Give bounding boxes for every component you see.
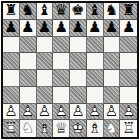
- square-d8[interactable]: ♛: [53, 3, 70, 20]
- white-piece-outline-glyph: ♕: [53, 120, 69, 137]
- black-piece-glyph: ♟: [120, 20, 137, 36]
- square-a7[interactable]: ♟: [3, 20, 20, 37]
- white-piece-fill-glyph: ♟: [20, 104, 36, 120]
- square-c5[interactable]: [37, 53, 54, 70]
- piece-black-pawn[interactable]: ♟: [70, 20, 86, 36]
- piece-black-pawn[interactable]: ♟: [120, 20, 137, 36]
- white-piece-fill-glyph: ♟: [37, 104, 53, 120]
- piece-white-knight[interactable]: ♞♘: [20, 120, 36, 137]
- square-h5[interactable]: [120, 53, 137, 70]
- square-f5[interactable]: [87, 53, 104, 70]
- square-e8[interactable]: ♚: [70, 3, 87, 20]
- board-frame: ♜♞♝♛♚♝♞♜♟♟♟♟♟♟♟♟♟♙♟♙♟♙♟♙♟♙♟♙♟♙♟♙♜♖♞♘♝♗♛♕…: [1, 1, 139, 139]
- square-h4[interactable]: [120, 70, 137, 87]
- square-h3[interactable]: [120, 87, 137, 104]
- white-piece-outline-glyph: ♙: [20, 104, 36, 120]
- square-c1[interactable]: ♝♗: [37, 120, 54, 137]
- white-piece-outline-glyph: ♗: [87, 120, 103, 137]
- square-e4[interactable]: [70, 70, 87, 87]
- square-e3[interactable]: [70, 87, 87, 104]
- piece-white-pawn[interactable]: ♟♙: [70, 104, 86, 120]
- white-piece-outline-glyph: ♔: [70, 120, 86, 137]
- square-d2[interactable]: ♟♙: [53, 104, 70, 121]
- square-a5[interactable]: [3, 53, 20, 70]
- black-piece-glyph: ♟: [3, 20, 19, 36]
- square-e7[interactable]: ♟: [70, 20, 87, 37]
- square-a2[interactable]: ♟♙: [3, 104, 20, 121]
- square-b4[interactable]: [20, 70, 37, 87]
- square-c7[interactable]: ♟: [37, 20, 54, 37]
- white-piece-fill-glyph: ♟: [3, 104, 19, 120]
- piece-white-pawn[interactable]: ♟♙: [53, 104, 69, 120]
- piece-black-pawn[interactable]: ♟: [20, 20, 36, 36]
- black-piece-glyph: ♜: [120, 3, 137, 19]
- square-a3[interactable]: [3, 87, 20, 104]
- white-piece-outline-glyph: ♙: [104, 104, 120, 120]
- square-c6[interactable]: [37, 37, 54, 54]
- black-piece-glyph: ♝: [37, 3, 53, 19]
- square-g7[interactable]: ♟: [104, 20, 121, 37]
- white-piece-fill-glyph: ♟: [104, 104, 120, 120]
- piece-black-rook[interactable]: ♜: [3, 3, 19, 19]
- white-piece-outline-glyph: ♙: [3, 104, 19, 120]
- square-b6[interactable]: [20, 37, 37, 54]
- piece-black-knight[interactable]: ♞: [20, 3, 36, 19]
- piece-white-bishop[interactable]: ♝♗: [87, 120, 103, 137]
- square-e1[interactable]: ♚♔: [70, 120, 87, 137]
- square-f4[interactable]: [87, 70, 104, 87]
- chess-board: ♜♞♝♛♚♝♞♜♟♟♟♟♟♟♟♟♟♙♟♙♟♙♟♙♟♙♟♙♟♙♟♙♜♖♞♘♝♗♛♕…: [3, 3, 137, 137]
- square-b7[interactable]: ♟: [20, 20, 37, 37]
- white-piece-fill-glyph: ♜: [3, 120, 19, 137]
- square-h2[interactable]: ♟♙: [120, 104, 137, 121]
- white-piece-outline-glyph: ♗: [37, 120, 53, 137]
- piece-white-knight[interactable]: ♞♘: [104, 120, 120, 137]
- square-a1[interactable]: ♜♖: [3, 120, 20, 137]
- black-piece-glyph: ♞: [104, 3, 120, 19]
- square-f8[interactable]: ♝: [87, 3, 104, 20]
- white-piece-fill-glyph: ♛: [53, 120, 69, 137]
- piece-white-pawn[interactable]: ♟♙: [20, 104, 36, 120]
- square-h6[interactable]: [120, 37, 137, 54]
- piece-black-pawn[interactable]: ♟: [3, 20, 19, 36]
- black-piece-glyph: ♟: [37, 20, 53, 36]
- white-piece-fill-glyph: ♞: [20, 120, 36, 137]
- piece-white-pawn[interactable]: ♟♙: [120, 104, 137, 120]
- black-piece-glyph: ♜: [3, 3, 19, 19]
- black-piece-glyph: ♟: [70, 20, 86, 36]
- white-piece-fill-glyph: ♟: [53, 104, 69, 120]
- white-piece-outline-glyph: ♙: [120, 104, 137, 120]
- black-piece-glyph: ♟: [87, 20, 103, 36]
- square-c4[interactable]: [37, 70, 54, 87]
- piece-white-rook[interactable]: ♜♖: [3, 120, 19, 137]
- black-piece-glyph: ♟: [104, 20, 120, 36]
- white-piece-fill-glyph: ♜: [120, 120, 137, 137]
- square-g3[interactable]: [104, 87, 121, 104]
- black-piece-glyph: ♝: [87, 3, 103, 19]
- square-g6[interactable]: [104, 37, 121, 54]
- square-g2[interactable]: ♟♙: [104, 104, 121, 121]
- square-d1[interactable]: ♛♕: [53, 120, 70, 137]
- white-piece-outline-glyph: ♖: [120, 120, 137, 137]
- square-a4[interactable]: [3, 70, 20, 87]
- white-piece-fill-glyph: ♟: [70, 104, 86, 120]
- square-e5[interactable]: [70, 53, 87, 70]
- piece-white-pawn[interactable]: ♟♙: [37, 104, 53, 120]
- piece-black-knight[interactable]: ♞: [104, 3, 120, 19]
- square-e6[interactable]: [70, 37, 87, 54]
- black-piece-glyph: ♟: [53, 20, 69, 36]
- white-piece-fill-glyph: ♝: [37, 120, 53, 137]
- piece-black-pawn[interactable]: ♟: [37, 20, 53, 36]
- square-d7[interactable]: ♟: [53, 20, 70, 37]
- square-c8[interactable]: ♝: [37, 3, 54, 20]
- square-b8[interactable]: ♞: [20, 3, 37, 20]
- square-h7[interactable]: ♟: [120, 20, 137, 37]
- square-b5[interactable]: [20, 53, 37, 70]
- black-piece-glyph: ♞: [20, 3, 36, 19]
- square-e2[interactable]: ♟♙: [70, 104, 87, 121]
- white-piece-fill-glyph: ♟: [87, 104, 103, 120]
- piece-black-bishop[interactable]: ♝: [87, 3, 103, 19]
- square-g5[interactable]: [104, 53, 121, 70]
- piece-white-king[interactable]: ♚♔: [70, 120, 86, 137]
- white-piece-outline-glyph: ♙: [53, 104, 69, 120]
- square-f7[interactable]: ♟: [87, 20, 104, 37]
- piece-black-rook[interactable]: ♜: [120, 3, 137, 19]
- white-piece-fill-glyph: ♚: [70, 120, 86, 137]
- square-f6[interactable]: [87, 37, 104, 54]
- square-c2[interactable]: ♟♙: [37, 104, 54, 121]
- square-a8[interactable]: ♜: [3, 3, 20, 20]
- white-piece-outline-glyph: ♙: [87, 104, 103, 120]
- square-f2[interactable]: ♟♙: [87, 104, 104, 121]
- piece-black-king[interactable]: ♚: [70, 3, 86, 19]
- square-g1[interactable]: ♞♘: [104, 120, 121, 137]
- piece-black-pawn[interactable]: ♟: [104, 20, 120, 36]
- square-g8[interactable]: ♞: [104, 3, 121, 20]
- black-piece-glyph: ♛: [53, 3, 69, 19]
- piece-white-queen[interactable]: ♛♕: [53, 120, 69, 137]
- square-d3[interactable]: [53, 87, 70, 104]
- piece-white-pawn[interactable]: ♟♙: [3, 104, 19, 120]
- piece-black-pawn[interactable]: ♟: [53, 20, 69, 36]
- chess-diagram: ♜♞♝♛♚♝♞♜♟♟♟♟♟♟♟♟♟♙♟♙♟♙♟♙♟♙♟♙♟♙♟♙♜♖♞♘♝♗♛♕…: [0, 0, 140, 140]
- square-b2[interactable]: ♟♙: [20, 104, 37, 121]
- piece-white-pawn[interactable]: ♟♙: [104, 104, 120, 120]
- white-piece-fill-glyph: ♝: [87, 120, 103, 137]
- white-piece-fill-glyph: ♞: [104, 120, 120, 137]
- black-piece-glyph: ♚: [70, 3, 86, 19]
- square-d6[interactable]: [53, 37, 70, 54]
- white-piece-outline-glyph: ♘: [104, 120, 120, 137]
- white-piece-outline-glyph: ♙: [37, 104, 53, 120]
- square-a6[interactable]: [3, 37, 20, 54]
- square-f1[interactable]: ♝♗: [87, 120, 104, 137]
- piece-white-rook[interactable]: ♜♖: [120, 120, 137, 137]
- piece-black-bishop[interactable]: ♝: [37, 3, 53, 19]
- square-d5[interactable]: [53, 53, 70, 70]
- square-h8[interactable]: ♜: [120, 3, 137, 20]
- square-d4[interactable]: [53, 70, 70, 87]
- square-h1[interactable]: ♜♖: [120, 120, 137, 137]
- black-piece-glyph: ♟: [20, 20, 36, 36]
- white-piece-fill-glyph: ♟: [120, 104, 137, 120]
- piece-white-pawn[interactable]: ♟♙: [87, 104, 103, 120]
- square-g4[interactable]: [104, 70, 121, 87]
- square-b3[interactable]: [20, 87, 37, 104]
- square-c3[interactable]: [37, 87, 54, 104]
- piece-black-queen[interactable]: ♛: [53, 3, 69, 19]
- white-piece-outline-glyph: ♖: [3, 120, 19, 137]
- piece-white-bishop[interactable]: ♝♗: [37, 120, 53, 137]
- white-piece-outline-glyph: ♙: [70, 104, 86, 120]
- square-f3[interactable]: [87, 87, 104, 104]
- piece-black-pawn[interactable]: ♟: [87, 20, 103, 36]
- square-b1[interactable]: ♞♘: [20, 120, 37, 137]
- white-piece-outline-glyph: ♘: [20, 120, 36, 137]
